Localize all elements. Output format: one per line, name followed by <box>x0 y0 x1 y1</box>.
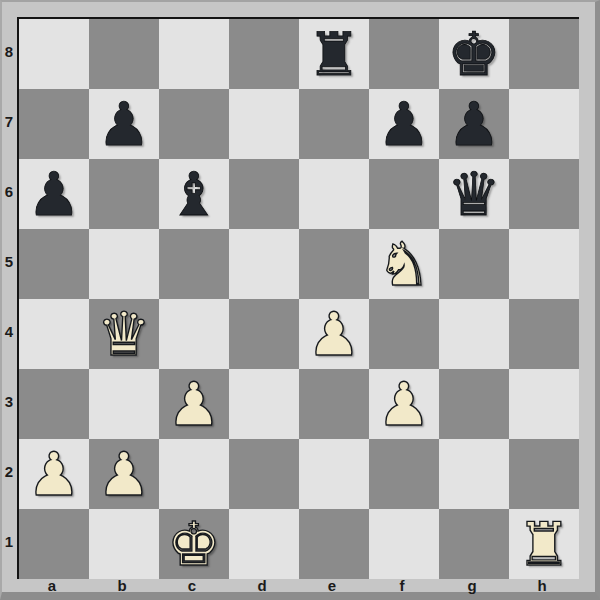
white-pawn: ♟ <box>167 374 221 434</box>
square-b6[interactable] <box>89 159 159 229</box>
rank-label-4: 4 <box>2 297 16 367</box>
black-king: ♚ <box>447 24 501 84</box>
square-d5[interactable] <box>229 229 299 299</box>
square-f4[interactable] <box>369 299 439 369</box>
square-b3[interactable] <box>89 369 159 439</box>
square-f6[interactable] <box>369 159 439 229</box>
square-b8[interactable] <box>89 19 159 89</box>
square-d2[interactable] <box>229 439 299 509</box>
square-c8[interactable] <box>159 19 229 89</box>
square-e6[interactable] <box>299 159 369 229</box>
square-d6[interactable] <box>229 159 299 229</box>
file-label-f: f <box>367 579 437 593</box>
square-d4[interactable] <box>229 299 299 369</box>
rank-label-3: 3 <box>2 367 16 437</box>
square-g5[interactable] <box>439 229 509 299</box>
black-pawn: ♟ <box>97 94 151 154</box>
square-c1[interactable]: ♚ <box>159 509 229 579</box>
square-d3[interactable] <box>229 369 299 439</box>
black-pawn: ♟ <box>447 94 501 154</box>
square-e3[interactable] <box>299 369 369 439</box>
file-label-h: h <box>507 579 577 593</box>
square-e2[interactable] <box>299 439 369 509</box>
square-f2[interactable] <box>369 439 439 509</box>
square-h7[interactable] <box>509 89 579 159</box>
square-h6[interactable] <box>509 159 579 229</box>
square-b2[interactable]: ♟ <box>89 439 159 509</box>
square-a7[interactable] <box>19 89 89 159</box>
square-b7[interactable]: ♟ <box>89 89 159 159</box>
white-pawn: ♟ <box>27 444 81 504</box>
square-f7[interactable]: ♟ <box>369 89 439 159</box>
square-e8[interactable]: ♜ <box>299 19 369 89</box>
square-a5[interactable] <box>19 229 89 299</box>
white-pawn: ♟ <box>307 304 361 364</box>
square-c6[interactable]: ♝ <box>159 159 229 229</box>
square-a1[interactable] <box>19 509 89 579</box>
white-rook: ♜ <box>517 514 571 574</box>
square-g6[interactable]: ♛ <box>439 159 509 229</box>
file-label-g: g <box>437 579 507 593</box>
square-h4[interactable] <box>509 299 579 369</box>
chess-board: ♜♚♟♟♟♟♝♛♞♛♟♟♟♟♟♚♜ <box>17 17 579 579</box>
square-c3[interactable]: ♟ <box>159 369 229 439</box>
square-b1[interactable] <box>89 509 159 579</box>
black-queen: ♛ <box>447 164 501 224</box>
square-d1[interactable] <box>229 509 299 579</box>
square-d7[interactable] <box>229 89 299 159</box>
square-a8[interactable] <box>19 19 89 89</box>
square-g4[interactable] <box>439 299 509 369</box>
rank-label-1: 1 <box>2 507 16 577</box>
square-a4[interactable] <box>19 299 89 369</box>
black-bishop: ♝ <box>167 164 221 224</box>
square-e4[interactable]: ♟ <box>299 299 369 369</box>
rank-label-7: 7 <box>2 87 16 157</box>
square-f3[interactable]: ♟ <box>369 369 439 439</box>
square-d8[interactable] <box>229 19 299 89</box>
square-f8[interactable] <box>369 19 439 89</box>
white-king: ♚ <box>167 514 221 574</box>
square-a6[interactable]: ♟ <box>19 159 89 229</box>
white-pawn: ♟ <box>377 374 431 434</box>
square-e5[interactable] <box>299 229 369 299</box>
square-c7[interactable] <box>159 89 229 159</box>
square-b4[interactable]: ♛ <box>89 299 159 369</box>
square-h2[interactable] <box>509 439 579 509</box>
file-label-a: a <box>17 579 87 593</box>
black-pawn: ♟ <box>377 94 431 154</box>
file-label-e: e <box>297 579 367 593</box>
square-g8[interactable]: ♚ <box>439 19 509 89</box>
square-f5[interactable]: ♞ <box>369 229 439 299</box>
square-e1[interactable] <box>299 509 369 579</box>
square-g7[interactable]: ♟ <box>439 89 509 159</box>
file-label-b: b <box>87 579 157 593</box>
white-pawn: ♟ <box>97 444 151 504</box>
black-rook: ♜ <box>307 24 361 84</box>
rank-label-6: 6 <box>2 157 16 227</box>
square-h5[interactable] <box>509 229 579 299</box>
square-g1[interactable] <box>439 509 509 579</box>
square-c4[interactable] <box>159 299 229 369</box>
square-h3[interactable] <box>509 369 579 439</box>
square-f1[interactable] <box>369 509 439 579</box>
white-queen: ♛ <box>97 304 151 364</box>
square-a2[interactable]: ♟ <box>19 439 89 509</box>
square-e7[interactable] <box>299 89 369 159</box>
file-label-c: c <box>157 579 227 593</box>
square-a3[interactable] <box>19 369 89 439</box>
square-c2[interactable] <box>159 439 229 509</box>
black-pawn: ♟ <box>27 164 81 224</box>
board-frame: ♜♚♟♟♟♟♝♛♞♛♟♟♟♟♟♚♜ 87654321abcdefgh <box>0 0 600 600</box>
square-h8[interactable] <box>509 19 579 89</box>
rank-label-8: 8 <box>2 17 16 87</box>
square-h1[interactable]: ♜ <box>509 509 579 579</box>
white-knight: ♞ <box>377 234 431 294</box>
square-g3[interactable] <box>439 369 509 439</box>
square-g2[interactable] <box>439 439 509 509</box>
rank-label-2: 2 <box>2 437 16 507</box>
file-label-d: d <box>227 579 297 593</box>
square-c5[interactable] <box>159 229 229 299</box>
rank-label-5: 5 <box>2 227 16 297</box>
square-b5[interactable] <box>89 229 159 299</box>
